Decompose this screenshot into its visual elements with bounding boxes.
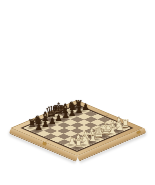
square-a1[interactable]: ♜: [70, 145, 83, 151]
chess-board-frame: ♜♞♝♛♚♝♞♜♟♟♟♟♟♟♟♟♟♟♟♟♟♟♟♟♜♞♝♛♚♝♞♜: [11, 100, 144, 156]
piece-white-rook: ♜: [70, 138, 88, 149]
board-scene: ♜♞♝♛♚♝♞♜♟♟♟♟♟♟♟♟♟♟♟♟♟♟♟♟♜♞♝♛♚♝♞♜: [0, 0, 155, 185]
piece-black-pawn: ♟: [29, 123, 47, 132]
chess-set-photo: ♜♞♝♛♚♝♞♜♟♟♟♟♟♟♟♟♟♟♟♟♟♟♟♟♜♞♝♛♚♝♞♜: [0, 0, 155, 185]
